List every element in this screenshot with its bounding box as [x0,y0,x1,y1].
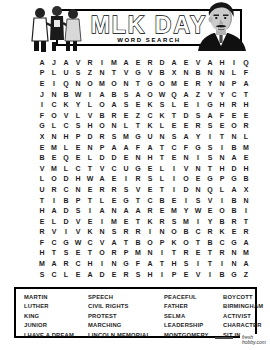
grid-cell[interactable]: A [144,142,156,153]
grid-cell[interactable]: D [180,184,192,195]
grid-cell[interactable]: P [216,174,228,185]
grid-cell[interactable]: M [108,216,120,227]
grid-cell[interactable]: R [48,184,60,195]
grid-cell[interactable]: G [228,174,240,185]
grid-cell[interactable]: K [216,227,228,238]
grid-cell[interactable]: N [108,205,120,216]
grid-cell[interactable]: R [132,174,144,185]
grid-cell[interactable]: V [60,110,72,121]
grid-cell[interactable]: T [168,248,180,259]
grid-cell[interactable]: H [72,174,84,185]
grid-cell[interactable]: R [132,227,144,238]
grid-cell[interactable]: N [216,152,228,163]
grid-cell[interactable]: R [120,227,132,238]
grid-cell[interactable]: P [72,131,84,142]
grid-cell[interactable]: C [192,227,204,238]
grid-cell[interactable]: L [36,174,48,185]
grid-cell[interactable]: A [120,57,132,68]
grid-cell[interactable]: E [168,152,180,163]
grid-cell[interactable]: V [72,57,84,68]
grid-cell[interactable]: V [96,237,108,248]
grid-cell[interactable]: E [108,174,120,185]
grid-cell[interactable]: R [96,184,108,195]
grid-cell[interactable]: E [132,99,144,110]
grid-cell[interactable]: P [168,269,180,280]
grid-cell[interactable]: B [228,205,240,216]
grid-cell[interactable]: I [84,205,96,216]
grid-cell[interactable]: O [156,78,168,89]
grid-cell[interactable]: C [72,163,84,174]
grid-cell[interactable]: H [84,121,96,132]
grid-cell[interactable]: A [144,258,156,269]
grid-cell[interactable]: Q [60,78,72,89]
grid-cell[interactable]: C [48,237,60,248]
grid-cell[interactable]: R [216,248,228,259]
grid-cell[interactable]: R [180,248,192,259]
grid-cell[interactable]: L [156,121,168,132]
grid-cell[interactable]: S [204,121,216,132]
grid-cell[interactable]: L [228,68,240,79]
grid-cell[interactable]: A [204,57,216,68]
grid-cell[interactable]: E [120,152,132,163]
grid-cell[interactable]: C [72,258,84,269]
grid-cell[interactable]: I [168,174,180,185]
grid-cell[interactable]: A [60,57,72,68]
grid-cell[interactable]: B [60,195,72,206]
grid-cell[interactable]: O [48,110,60,121]
grid-cell[interactable]: A [108,142,120,153]
grid-cell[interactable]: K [168,237,180,248]
grid-cell[interactable]: N [156,131,168,142]
grid-cell[interactable]: R [144,57,156,68]
grid-cell[interactable]: N [84,142,96,153]
grid-cell[interactable]: Y [72,99,84,110]
grid-cell[interactable]: H [168,258,180,269]
grid-cell[interactable]: L [240,131,252,142]
grid-cell[interactable]: R [240,121,252,132]
grid-cell[interactable]: E [240,110,252,121]
grid-cell[interactable]: E [36,142,48,153]
grid-cell[interactable]: K [144,216,156,227]
grid-cell[interactable]: Z [192,89,204,100]
grid-cell[interactable]: V [72,216,84,227]
grid-cell[interactable]: P [36,68,48,79]
grid-cell[interactable]: V [204,195,216,206]
grid-cell[interactable]: B [216,216,228,227]
grid-cell[interactable]: M [132,248,144,259]
grid-cell[interactable]: B [156,195,168,206]
grid-cell[interactable]: R [108,184,120,195]
grid-cell[interactable]: O [144,237,156,248]
grid-cell[interactable]: I [156,248,168,259]
grid-cell[interactable]: N [156,227,168,238]
grid-cell[interactable]: J [48,57,60,68]
grid-cell[interactable]: R [108,110,120,121]
grid-cell[interactable]: E [192,248,204,259]
grid-cell[interactable]: R [240,227,252,238]
grid-cell[interactable]: B [216,269,228,280]
grid-cell[interactable]: G [132,131,144,142]
grid-cell[interactable]: A [240,237,252,248]
grid-cell[interactable]: F [132,142,144,153]
grid-cell[interactable]: E [180,99,192,110]
grid-cell[interactable]: H [36,205,48,216]
grid-cell[interactable]: L [84,152,96,163]
grid-cell[interactable]: K [156,110,168,121]
grid-cell[interactable]: L [156,163,168,174]
grid-cell[interactable]: N [72,184,84,195]
grid-cell[interactable]: M [108,57,120,68]
grid-cell[interactable]: E [84,184,96,195]
grid-cell[interactable]: O [84,78,96,89]
grid-cell[interactable]: S [204,142,216,153]
grid-cell[interactable]: M [168,78,180,89]
grid-cell[interactable]: I [228,57,240,68]
grid-cell[interactable]: R [120,269,132,280]
grid-cell[interactable]: I [168,163,180,174]
grid-cell[interactable]: B [240,174,252,185]
grid-cell[interactable]: N [180,68,192,79]
grid-cell[interactable]: Z [240,269,252,280]
grid-cell[interactable]: N [96,227,108,238]
grid-cell[interactable]: C [144,195,156,206]
grid-cell[interactable]: C [60,184,72,195]
grid-cell[interactable]: T [240,216,252,227]
grid-cell[interactable]: E [72,142,84,153]
grid-cell[interactable]: U [60,68,72,79]
grid-cell[interactable]: I [96,57,108,68]
grid-cell[interactable]: B [60,89,72,100]
grid-cell[interactable]: E [156,205,168,216]
grid-cell[interactable]: V [84,110,96,121]
grid-cell[interactable]: A [180,89,192,100]
grid-cell[interactable]: N [228,248,240,259]
grid-cell[interactable]: E [204,205,216,216]
grid-cell[interactable]: A [240,78,252,89]
grid-cell[interactable]: S [204,152,216,163]
grid-cell[interactable]: D [96,269,108,280]
grid-cell[interactable]: A [96,205,108,216]
grid-cell[interactable]: N [120,78,132,89]
grid-cell[interactable]: M [180,216,192,227]
grid-cell[interactable]: E [180,57,192,68]
grid-cell[interactable]: G [204,99,216,110]
grid-cell[interactable]: I [192,216,204,227]
grid-cell[interactable]: G [132,68,144,79]
grid-cell[interactable]: G [120,258,132,269]
grid-cell[interactable]: B [180,227,192,238]
grid-cell[interactable]: P [72,195,84,206]
grid-cell[interactable]: D [84,131,96,142]
grid-cell[interactable]: S [36,269,48,280]
grid-cell[interactable]: T [84,195,96,206]
grid-cell[interactable]: E [228,110,240,121]
grid-cell[interactable]: A [48,205,60,216]
grid-cell[interactable]: N [216,68,228,79]
grid-cell[interactable]: E [180,78,192,89]
grid-cell[interactable]: J [36,89,48,100]
grid-cell[interactable]: R [156,216,168,227]
grid-cell[interactable]: B [108,89,120,100]
grid-cell[interactable]: S [168,131,180,142]
grid-cell[interactable]: N [228,131,240,142]
grid-cell[interactable]: L [72,110,84,121]
grid-cell[interactable]: Z [132,110,144,121]
grid-cell[interactable]: L [120,121,132,132]
grid-cell[interactable]: U [36,184,48,195]
grid-cell[interactable]: W [192,205,204,216]
grid-cell[interactable]: E [108,195,120,206]
grid-cell[interactable]: H [144,152,156,163]
grid-cell[interactable]: O [180,237,192,248]
grid-cell[interactable]: T [36,195,48,206]
grid-cell[interactable]: T [204,248,216,259]
grid-cell[interactable]: A [240,258,252,269]
grid-cell[interactable]: E [168,121,180,132]
grid-cell[interactable]: C [108,163,120,174]
grid-cell[interactable]: N [72,78,84,89]
grid-cell[interactable]: S [108,131,120,142]
grid-cell[interactable]: Y [180,205,192,216]
grid-cell[interactable]: G [228,269,240,280]
grid-cell[interactable]: R [204,227,216,238]
grid-cell[interactable]: T [108,68,120,79]
grid-cell[interactable]: E [72,269,84,280]
grid-cell[interactable]: N [204,68,216,79]
grid-cell[interactable]: R [96,131,108,142]
grid-cell[interactable]: G [192,142,204,153]
grid-cell[interactable]: K [84,227,96,238]
grid-cell[interactable]: T [240,89,252,100]
grid-cell[interactable]: F [36,110,48,121]
grid-cell[interactable]: I [192,258,204,269]
grid-cell[interactable]: T [204,258,216,269]
grid-cell[interactable]: Q [240,57,252,68]
grid-cell[interactable]: A [108,237,120,248]
grid-cell[interactable]: R [228,99,240,110]
grid-cell[interactable]: M [48,142,60,153]
grid-cell[interactable]: U [120,163,132,174]
grid-cell[interactable]: E [120,110,132,121]
grid-cell[interactable]: N [144,248,156,259]
grid-cell[interactable]: H [216,99,228,110]
grid-cell[interactable]: O [108,78,120,89]
grid-cell[interactable]: S [108,227,120,238]
grid-cell[interactable]: T [84,248,96,259]
grid-cell[interactable]: B [228,195,240,206]
grid-cell[interactable]: E [228,227,240,238]
grid-cell[interactable]: R [228,216,240,227]
grid-cell[interactable]: V [180,163,192,174]
grid-cell[interactable]: C [84,237,96,248]
grid-cell[interactable]: I [168,184,180,195]
grid-cell[interactable]: K [144,121,156,132]
grid-cell[interactable]: D [96,152,108,163]
grid-cell[interactable]: S [72,121,84,132]
grid-cell[interactable]: H [36,248,48,259]
grid-cell[interactable]: S [120,99,132,110]
grid-cell[interactable]: S [120,184,132,195]
grid-cell[interactable]: V [204,89,216,100]
grid-cell[interactable]: N [132,152,144,163]
grid-cell[interactable]: R [192,121,204,132]
grid-cell[interactable]: G [204,174,216,185]
grid-cell[interactable]: D [60,216,72,227]
grid-cell[interactable]: V [48,227,60,238]
grid-cell[interactable]: H [240,99,252,110]
grid-cell[interactable]: W [156,89,168,100]
grid-cell[interactable]: V [192,269,204,280]
grid-cell[interactable]: N [180,152,192,163]
grid-cell[interactable]: B [192,68,204,79]
grid-cell[interactable]: R [84,57,96,68]
grid-cell[interactable]: R [108,248,120,259]
grid-cell[interactable]: P [120,248,132,259]
grid-cell[interactable]: N [108,258,120,269]
grid-cell[interactable]: T [156,142,168,153]
grid-cell[interactable]: C [168,142,180,153]
grid-cell[interactable]: B [132,237,144,248]
grid-cell[interactable]: Q [204,184,216,195]
grid-cell[interactable]: L [168,99,180,110]
grid-cell[interactable]: T [216,131,228,142]
grid-cell[interactable]: T [84,163,96,174]
grid-cell[interactable]: B [36,152,48,163]
grid-cell[interactable]: E [108,269,120,280]
grid-cell[interactable]: E [180,121,192,132]
grid-cell[interactable]: V [132,184,144,195]
grid-cell[interactable]: O [96,121,108,132]
grid-cell[interactable]: O [144,89,156,100]
grid-cell[interactable]: N [108,121,120,132]
grid-cell[interactable]: S [60,248,72,259]
grid-cell[interactable]: I [156,269,168,280]
grid-cell[interactable]: G [60,237,72,248]
grid-cell[interactable]: I [96,258,108,269]
grid-cell[interactable]: A [168,57,180,68]
grid-cell[interactable]: X [168,68,180,79]
grid-cell[interactable]: O [168,227,180,238]
grid-cell[interactable]: M [240,142,252,153]
grid-cell[interactable]: I [144,227,156,238]
grid-cell[interactable]: Y [204,216,216,227]
grid-cell[interactable]: A [96,174,108,185]
grid-cell[interactable]: G [144,78,156,89]
grid-cell[interactable]: E [84,216,96,227]
grid-cell[interactable]: W [72,237,84,248]
grid-cell[interactable]: V [120,68,132,79]
grid-cell[interactable]: T [132,78,144,89]
grid-cell[interactable]: A [204,110,216,121]
grid-cell[interactable]: L [96,195,108,206]
grid-cell[interactable]: I [192,152,204,163]
grid-cell[interactable]: H [144,269,156,280]
grid-cell[interactable]: L [60,142,72,153]
grid-cell[interactable]: N [48,89,60,100]
grid-cell[interactable]: O [180,174,192,185]
grid-cell[interactable]: L [48,216,60,227]
grid-cell[interactable]: F [240,68,252,79]
grid-cell[interactable]: S [144,174,156,185]
grid-cell[interactable]: G [120,195,132,206]
grid-cell[interactable]: U [144,131,156,142]
grid-cell[interactable]: T [192,237,204,248]
grid-cell[interactable]: A [108,99,120,110]
grid-cell[interactable]: T [132,121,144,132]
grid-cell[interactable]: E [180,269,192,280]
grid-cell[interactable]: I [216,258,228,269]
grid-cell[interactable]: O [96,99,108,110]
grid-cell[interactable]: M [36,258,48,269]
grid-cell[interactable]: W [84,174,96,185]
grid-cell[interactable]: V [36,163,48,174]
grid-cell[interactable]: E [72,152,84,163]
grid-cell[interactable]: M [168,205,180,216]
grid-cell[interactable]: P [228,78,240,89]
grid-cell[interactable]: C [48,269,60,280]
grid-cell[interactable]: E [240,152,252,163]
grid-cell[interactable]: E [36,78,48,89]
grid-cell[interactable]: Y [216,89,228,100]
grid-cell[interactable]: Y [192,131,204,142]
grid-cell[interactable]: C [144,110,156,121]
grid-cell[interactable]: V [192,57,204,68]
grid-cell[interactable]: N [216,78,228,89]
grid-cell[interactable]: S [72,205,84,216]
grid-cell[interactable]: O [48,174,60,185]
grid-cell[interactable]: C [48,99,60,110]
grid-cell[interactable]: Q [168,89,180,100]
grid-cell[interactable]: H [84,258,96,269]
grid-cell[interactable]: F [36,237,48,248]
grid-cell[interactable]: A [180,131,192,142]
grid-cell[interactable]: C [228,89,240,100]
grid-cell[interactable]: A [120,142,132,153]
grid-cell[interactable]: S [156,99,168,110]
grid-cell[interactable]: B [156,68,168,79]
grid-cell[interactable]: E [36,216,48,227]
grid-cell[interactable]: M [240,248,252,259]
grid-cell[interactable]: E [168,195,180,206]
grid-cell[interactable]: Y [204,78,216,89]
grid-cell[interactable]: S [192,110,204,121]
grid-cell[interactable]: L [156,174,168,185]
grid-cell[interactable]: L [60,269,72,280]
grid-cell[interactable]: E [120,216,132,227]
grid-cell[interactable]: V [144,68,156,79]
grid-cell[interactable]: A [228,184,240,195]
grid-cell[interactable]: S [72,68,84,79]
grid-cell[interactable]: K [60,99,72,110]
grid-cell[interactable]: A [132,89,144,100]
grid-cell[interactable]: O [228,121,240,132]
grid-cell[interactable]: S [132,269,144,280]
grid-cell[interactable]: R [36,227,48,238]
grid-cell[interactable]: W [72,89,84,100]
grid-cell[interactable]: B [204,237,216,248]
grid-cell[interactable]: T [156,152,168,163]
grid-cell[interactable]: B [228,142,240,153]
grid-cell[interactable]: H [216,163,228,174]
grid-cell[interactable]: T [48,248,60,259]
grid-cell[interactable]: I [216,195,228,206]
grid-cell[interactable]: N [192,163,204,174]
grid-cell[interactable]: Z [84,68,96,79]
grid-cell[interactable]: D [60,205,72,216]
grid-cell[interactable]: I [84,89,96,100]
grid-cell[interactable]: P [156,237,168,248]
grid-cell[interactable]: I [204,269,216,280]
